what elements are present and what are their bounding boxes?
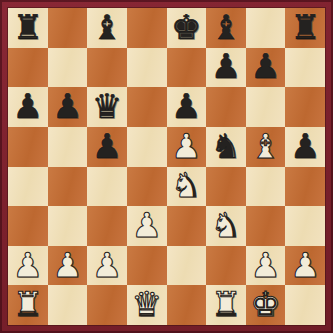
white-rook[interactable]: ♜ xyxy=(13,287,43,321)
square-e1[interactable] xyxy=(167,285,207,325)
square-c8[interactable]: ♝ xyxy=(87,8,127,48)
chess-board: ♜♝♚♝♜♟♟♟♟♛♟♟♟♞♝♟♞♟♞♟♟♟♟♟♜♛♜♚ xyxy=(8,8,325,325)
white-pawn[interactable]: ♟ xyxy=(92,248,122,282)
square-d6[interactable] xyxy=(127,87,167,127)
square-g2[interactable]: ♟ xyxy=(246,246,286,286)
square-h7[interactable] xyxy=(285,48,325,88)
black-king[interactable]: ♚ xyxy=(171,10,201,44)
square-a5[interactable] xyxy=(8,127,48,167)
square-c7[interactable] xyxy=(87,48,127,88)
square-h8[interactable]: ♜ xyxy=(285,8,325,48)
black-bishop[interactable]: ♝ xyxy=(92,10,122,44)
black-queen[interactable]: ♛ xyxy=(92,89,122,123)
square-f3[interactable]: ♞ xyxy=(206,206,246,246)
square-a6[interactable]: ♟ xyxy=(8,87,48,127)
square-b7[interactable] xyxy=(48,48,88,88)
square-c2[interactable]: ♟ xyxy=(87,246,127,286)
white-pawn[interactable]: ♟ xyxy=(131,208,161,242)
square-b4[interactable] xyxy=(48,167,88,207)
black-rook[interactable]: ♜ xyxy=(290,10,320,44)
white-pawn[interactable]: ♟ xyxy=(52,248,82,282)
square-d1[interactable]: ♛ xyxy=(127,285,167,325)
black-pawn[interactable]: ♟ xyxy=(250,49,280,83)
square-e2[interactable] xyxy=(167,246,207,286)
square-g1[interactable]: ♚ xyxy=(246,285,286,325)
square-f1[interactable]: ♜ xyxy=(206,285,246,325)
square-h1[interactable] xyxy=(285,285,325,325)
square-g6[interactable] xyxy=(246,87,286,127)
square-d2[interactable] xyxy=(127,246,167,286)
black-pawn[interactable]: ♟ xyxy=(92,129,122,163)
square-a2[interactable]: ♟ xyxy=(8,246,48,286)
square-f2[interactable] xyxy=(206,246,246,286)
white-bishop[interactable]: ♝ xyxy=(250,129,280,163)
square-d3[interactable]: ♟ xyxy=(127,206,167,246)
square-e8[interactable]: ♚ xyxy=(167,8,207,48)
square-g4[interactable] xyxy=(246,167,286,207)
square-g8[interactable] xyxy=(246,8,286,48)
square-c6[interactable]: ♛ xyxy=(87,87,127,127)
square-h3[interactable] xyxy=(285,206,325,246)
square-d8[interactable] xyxy=(127,8,167,48)
square-b3[interactable] xyxy=(48,206,88,246)
square-b1[interactable] xyxy=(48,285,88,325)
square-c4[interactable] xyxy=(87,167,127,207)
square-a1[interactable]: ♜ xyxy=(8,285,48,325)
white-knight[interactable]: ♞ xyxy=(171,168,201,202)
square-h4[interactable] xyxy=(285,167,325,207)
square-b8[interactable] xyxy=(48,8,88,48)
square-f5[interactable]: ♞ xyxy=(206,127,246,167)
board-frame: ♜♝♚♝♜♟♟♟♟♛♟♟♟♞♝♟♞♟♞♟♟♟♟♟♜♛♜♚ xyxy=(0,0,333,333)
black-knight[interactable]: ♞ xyxy=(211,129,241,163)
white-pawn[interactable]: ♟ xyxy=(171,129,201,163)
square-e5[interactable]: ♟ xyxy=(167,127,207,167)
square-e4[interactable]: ♞ xyxy=(167,167,207,207)
black-pawn[interactable]: ♟ xyxy=(52,89,82,123)
black-pawn[interactable]: ♟ xyxy=(171,89,201,123)
white-rook[interactable]: ♜ xyxy=(211,287,241,321)
square-a4[interactable] xyxy=(8,167,48,207)
square-f8[interactable]: ♝ xyxy=(206,8,246,48)
square-h2[interactable]: ♟ xyxy=(285,246,325,286)
square-c3[interactable] xyxy=(87,206,127,246)
square-g3[interactable] xyxy=(246,206,286,246)
square-e3[interactable] xyxy=(167,206,207,246)
square-b5[interactable] xyxy=(48,127,88,167)
white-pawn[interactable]: ♟ xyxy=(13,248,43,282)
square-d4[interactable] xyxy=(127,167,167,207)
white-pawn[interactable]: ♟ xyxy=(250,248,280,282)
square-f6[interactable] xyxy=(206,87,246,127)
white-king[interactable]: ♚ xyxy=(250,287,280,321)
square-b6[interactable]: ♟ xyxy=(48,87,88,127)
black-pawn[interactable]: ♟ xyxy=(211,49,241,83)
square-a3[interactable] xyxy=(8,206,48,246)
square-b2[interactable]: ♟ xyxy=(48,246,88,286)
black-pawn[interactable]: ♟ xyxy=(13,89,43,123)
white-knight[interactable]: ♞ xyxy=(211,208,241,242)
square-c5[interactable]: ♟ xyxy=(87,127,127,167)
square-g7[interactable]: ♟ xyxy=(246,48,286,88)
square-a7[interactable] xyxy=(8,48,48,88)
white-queen[interactable]: ♛ xyxy=(131,287,161,321)
square-e6[interactable]: ♟ xyxy=(167,87,207,127)
white-pawn[interactable]: ♟ xyxy=(290,248,320,282)
square-a8[interactable]: ♜ xyxy=(8,8,48,48)
square-g5[interactable]: ♝ xyxy=(246,127,286,167)
black-rook[interactable]: ♜ xyxy=(13,10,43,44)
square-e7[interactable] xyxy=(167,48,207,88)
square-h6[interactable] xyxy=(285,87,325,127)
square-h5[interactable]: ♟ xyxy=(285,127,325,167)
black-pawn[interactable]: ♟ xyxy=(290,129,320,163)
square-c1[interactable] xyxy=(87,285,127,325)
square-f7[interactable]: ♟ xyxy=(206,48,246,88)
square-d7[interactable] xyxy=(127,48,167,88)
black-bishop[interactable]: ♝ xyxy=(211,10,241,44)
square-d5[interactable] xyxy=(127,127,167,167)
square-f4[interactable] xyxy=(206,167,246,207)
